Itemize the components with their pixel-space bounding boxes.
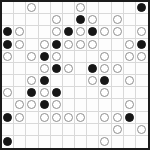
black-pearl bbox=[125, 113, 134, 122]
white-pearl bbox=[100, 88, 109, 97]
cell-r1c10[interactable] bbox=[112, 2, 124, 14]
white-pearl bbox=[88, 76, 97, 85]
cell-r5c9[interactable] bbox=[99, 51, 111, 63]
cell-r6c2[interactable] bbox=[14, 63, 26, 75]
white-pearl bbox=[52, 27, 61, 36]
white-pearl bbox=[137, 52, 146, 61]
cell-r10c5[interactable] bbox=[51, 112, 63, 124]
cell-r3c1[interactable] bbox=[2, 26, 14, 38]
white-pearl bbox=[125, 76, 134, 85]
white-pearl bbox=[52, 15, 61, 24]
white-pearl bbox=[100, 27, 109, 36]
cell-r12c7[interactable] bbox=[75, 136, 87, 148]
black-pearl bbox=[3, 40, 12, 49]
cell-r4c2[interactable] bbox=[14, 39, 26, 51]
masyu-board bbox=[0, 0, 150, 150]
cell-r8c5[interactable] bbox=[51, 87, 63, 99]
cell-r4c4[interactable] bbox=[39, 39, 51, 51]
cell-r1c7[interactable] bbox=[75, 2, 87, 14]
white-pearl bbox=[40, 40, 49, 49]
black-pearl bbox=[76, 15, 85, 24]
cell-r7c2[interactable] bbox=[14, 75, 26, 87]
cell-r2c8[interactable] bbox=[87, 14, 99, 26]
cell-r9c7[interactable] bbox=[75, 99, 87, 111]
cell-r2c1[interactable] bbox=[2, 14, 14, 26]
cell-r4c3[interactable] bbox=[26, 39, 38, 51]
cell-r6c3[interactable] bbox=[26, 63, 38, 75]
white-pearl bbox=[64, 40, 73, 49]
cell-r5c3[interactable] bbox=[26, 51, 38, 63]
cell-r8c12[interactable] bbox=[136, 87, 148, 99]
white-pearl bbox=[15, 40, 24, 49]
cell-r8c7[interactable] bbox=[75, 87, 87, 99]
cell-r5c2[interactable] bbox=[14, 51, 26, 63]
cell-r9c3[interactable] bbox=[26, 99, 38, 111]
cell-r3c10[interactable] bbox=[112, 26, 124, 38]
cell-r7c9[interactable] bbox=[99, 75, 111, 87]
cell-r9c5[interactable] bbox=[51, 99, 63, 111]
cell-r10c3[interactable] bbox=[26, 112, 38, 124]
white-pearl bbox=[3, 52, 12, 61]
white-pearl bbox=[64, 64, 73, 73]
cell-r3c12[interactable] bbox=[136, 26, 148, 38]
white-pearl bbox=[15, 100, 24, 109]
cell-r4c9[interactable] bbox=[99, 39, 111, 51]
cell-r7c4[interactable] bbox=[39, 75, 51, 87]
cell-r9c11[interactable] bbox=[124, 99, 136, 111]
white-pearl bbox=[113, 27, 122, 36]
black-pearl bbox=[52, 64, 61, 73]
white-pearl bbox=[27, 76, 36, 85]
cell-r8c2[interactable] bbox=[14, 87, 26, 99]
cell-r1c2[interactable] bbox=[14, 2, 26, 14]
cell-r5c4[interactable] bbox=[39, 51, 51, 63]
cell-r11c10[interactable] bbox=[112, 124, 124, 136]
black-pearl bbox=[52, 40, 61, 49]
white-pearl bbox=[27, 52, 36, 61]
white-pearl bbox=[88, 40, 97, 49]
cell-r3c4[interactable] bbox=[39, 26, 51, 38]
cell-r8c11[interactable] bbox=[124, 87, 136, 99]
white-pearl bbox=[100, 64, 109, 73]
cell-r2c6[interactable] bbox=[63, 14, 75, 26]
cell-r8c6[interactable] bbox=[63, 87, 75, 99]
cell-r4c1[interactable] bbox=[2, 39, 14, 51]
cell-r7c6[interactable] bbox=[63, 75, 75, 87]
cell-r5c5[interactable] bbox=[51, 51, 63, 63]
cell-r12c5[interactable] bbox=[51, 136, 63, 148]
black-pearl bbox=[3, 27, 12, 36]
cell-r2c10[interactable] bbox=[112, 14, 124, 26]
cell-r12c1[interactable] bbox=[2, 136, 14, 148]
cell-r1c6[interactable] bbox=[63, 2, 75, 14]
white-pearl bbox=[100, 137, 109, 146]
white-pearl bbox=[40, 64, 49, 73]
cell-r12c9[interactable] bbox=[99, 136, 111, 148]
black-pearl bbox=[3, 113, 12, 122]
cell-r6c7[interactable] bbox=[75, 63, 87, 75]
cell-r2c9[interactable] bbox=[99, 14, 111, 26]
cell-r1c3[interactable] bbox=[26, 2, 38, 14]
cell-r4c10[interactable] bbox=[112, 39, 124, 51]
cell-r1c1[interactable] bbox=[2, 2, 14, 14]
cell-r9c12[interactable] bbox=[136, 99, 148, 111]
cell-r10c1[interactable] bbox=[2, 112, 14, 124]
cell-r2c5[interactable] bbox=[51, 14, 63, 26]
black-pearl bbox=[40, 52, 49, 61]
cell-r6c1[interactable] bbox=[2, 63, 14, 75]
cell-r5c6[interactable] bbox=[63, 51, 75, 63]
white-pearl bbox=[100, 52, 109, 61]
cell-r3c7[interactable] bbox=[75, 26, 87, 38]
black-pearl bbox=[137, 3, 146, 12]
cell-r2c3[interactable] bbox=[26, 14, 38, 26]
cell-r2c12[interactable] bbox=[136, 14, 148, 26]
cell-r12c12[interactable] bbox=[136, 136, 148, 148]
cell-r3c11[interactable] bbox=[124, 26, 136, 38]
cell-r7c11[interactable] bbox=[124, 75, 136, 87]
cell-r5c10[interactable] bbox=[112, 51, 124, 63]
cell-r2c2[interactable] bbox=[14, 14, 26, 26]
black-pearl bbox=[27, 88, 36, 97]
cell-r3c8[interactable] bbox=[87, 26, 99, 38]
cell-r3c6[interactable] bbox=[63, 26, 75, 38]
white-pearl bbox=[76, 27, 85, 36]
white-pearl bbox=[15, 27, 24, 36]
cell-r8c8[interactable] bbox=[87, 87, 99, 99]
cell-r5c8[interactable] bbox=[87, 51, 99, 63]
cell-r4c5[interactable] bbox=[51, 39, 63, 51]
cell-r9c1[interactable] bbox=[2, 99, 14, 111]
white-pearl bbox=[137, 125, 146, 134]
cell-r3c2[interactable] bbox=[14, 26, 26, 38]
cell-r7c7[interactable] bbox=[75, 75, 87, 87]
cell-r10c10[interactable] bbox=[112, 112, 124, 124]
cell-r1c8[interactable] bbox=[87, 2, 99, 14]
cell-r9c2[interactable] bbox=[14, 99, 26, 111]
white-pearl bbox=[40, 113, 49, 122]
cell-r2c11[interactable] bbox=[124, 14, 136, 26]
cell-r6c9[interactable] bbox=[99, 63, 111, 75]
white-pearl bbox=[125, 100, 134, 109]
black-pearl bbox=[40, 100, 49, 109]
cell-r4c8[interactable] bbox=[87, 39, 99, 51]
white-pearl bbox=[125, 40, 134, 49]
cell-r6c11[interactable] bbox=[124, 63, 136, 75]
cell-r12c2[interactable] bbox=[14, 136, 26, 148]
cell-r4c7[interactable] bbox=[75, 39, 87, 51]
cell-r5c12[interactable] bbox=[136, 51, 148, 63]
cell-r3c3[interactable] bbox=[26, 26, 38, 38]
cell-r11c12[interactable] bbox=[136, 124, 148, 136]
white-pearl bbox=[100, 113, 109, 122]
black-pearl bbox=[3, 137, 12, 146]
white-pearl bbox=[52, 52, 61, 61]
cell-r9c4[interactable] bbox=[39, 99, 51, 111]
cell-r12c4[interactable] bbox=[39, 136, 51, 148]
cell-r7c10[interactable] bbox=[112, 75, 124, 87]
cell-r10c9[interactable] bbox=[99, 112, 111, 124]
cell-r12c11[interactable] bbox=[124, 136, 136, 148]
cell-r10c4[interactable] bbox=[39, 112, 51, 124]
cell-r6c10[interactable] bbox=[112, 63, 124, 75]
cell-r7c5[interactable] bbox=[51, 75, 63, 87]
cell-r4c6[interactable] bbox=[63, 39, 75, 51]
white-pearl bbox=[113, 113, 122, 122]
cell-r4c12[interactable] bbox=[136, 39, 148, 51]
cell-r11c4[interactable] bbox=[39, 124, 51, 136]
cell-r7c12[interactable] bbox=[136, 75, 148, 87]
cell-r1c11[interactable] bbox=[124, 2, 136, 14]
cell-r7c1[interactable] bbox=[2, 75, 14, 87]
black-pearl bbox=[40, 76, 49, 85]
cell-r9c6[interactable] bbox=[63, 99, 75, 111]
cell-r11c6[interactable] bbox=[63, 124, 75, 136]
cell-r5c11[interactable] bbox=[124, 51, 136, 63]
black-pearl bbox=[88, 27, 97, 36]
black-pearl bbox=[88, 64, 97, 73]
black-pearl bbox=[52, 88, 61, 97]
white-pearl bbox=[15, 113, 24, 122]
cell-r3c5[interactable] bbox=[51, 26, 63, 38]
cell-r1c9[interactable] bbox=[99, 2, 111, 14]
cell-r6c6[interactable] bbox=[63, 63, 75, 75]
cell-r1c4[interactable] bbox=[39, 2, 51, 14]
cell-r10c2[interactable] bbox=[14, 112, 26, 124]
cell-r6c4[interactable] bbox=[39, 63, 51, 75]
cell-r3c9[interactable] bbox=[99, 26, 111, 38]
white-pearl bbox=[3, 88, 12, 97]
cell-r8c9[interactable] bbox=[99, 87, 111, 99]
black-pearl bbox=[64, 27, 73, 36]
white-pearl bbox=[52, 113, 61, 122]
cell-r10c7[interactable] bbox=[75, 112, 87, 124]
white-pearl bbox=[113, 15, 122, 24]
white-pearl bbox=[113, 64, 122, 73]
cell-r11c8[interactable] bbox=[87, 124, 99, 136]
cell-r11c2[interactable] bbox=[14, 124, 26, 136]
white-pearl bbox=[125, 52, 134, 61]
cell-r11c9[interactable] bbox=[99, 124, 111, 136]
white-pearl bbox=[76, 40, 85, 49]
cell-r12c3[interactable] bbox=[26, 136, 38, 148]
cell-r10c11[interactable] bbox=[124, 112, 136, 124]
cell-r11c3[interactable] bbox=[26, 124, 38, 136]
white-pearl bbox=[76, 113, 85, 122]
cell-r1c12[interactable] bbox=[136, 2, 148, 14]
cell-r9c8[interactable] bbox=[87, 99, 99, 111]
cell-r10c12[interactable] bbox=[136, 112, 148, 124]
white-pearl bbox=[88, 15, 97, 24]
cell-r9c9[interactable] bbox=[99, 99, 111, 111]
black-pearl bbox=[137, 40, 146, 49]
white-pearl bbox=[52, 100, 61, 109]
cell-r4c11[interactable] bbox=[124, 39, 136, 51]
white-pearl bbox=[27, 3, 36, 12]
white-pearl bbox=[76, 3, 85, 12]
cell-r12c8[interactable] bbox=[87, 136, 99, 148]
black-pearl bbox=[100, 76, 109, 85]
cell-r6c8[interactable] bbox=[87, 63, 99, 75]
cell-r9c10[interactable] bbox=[112, 99, 124, 111]
cell-r11c11[interactable] bbox=[124, 124, 136, 136]
cell-r2c4[interactable] bbox=[39, 14, 51, 26]
white-pearl bbox=[64, 113, 73, 122]
cell-r12c10[interactable] bbox=[112, 136, 124, 148]
cell-r8c1[interactable] bbox=[2, 87, 14, 99]
cell-r5c1[interactable] bbox=[2, 51, 14, 63]
cell-r2c7[interactable] bbox=[75, 14, 87, 26]
white-pearl bbox=[40, 88, 49, 97]
cell-r11c1[interactable] bbox=[2, 124, 14, 136]
cell-r6c12[interactable] bbox=[136, 63, 148, 75]
white-pearl bbox=[27, 100, 36, 109]
cell-r11c7[interactable] bbox=[75, 124, 87, 136]
cell-r7c3[interactable] bbox=[26, 75, 38, 87]
cell-r11c5[interactable] bbox=[51, 124, 63, 136]
cell-r7c8[interactable] bbox=[87, 75, 99, 87]
white-pearl bbox=[113, 125, 122, 134]
cell-r5c7[interactable] bbox=[75, 51, 87, 63]
cell-r10c6[interactable] bbox=[63, 112, 75, 124]
cell-r8c10[interactable] bbox=[112, 87, 124, 99]
cell-r1c5[interactable] bbox=[51, 2, 63, 14]
cell-r6c5[interactable] bbox=[51, 63, 63, 75]
cell-r12c6[interactable] bbox=[63, 136, 75, 148]
white-pearl bbox=[137, 27, 146, 36]
cell-r8c4[interactable] bbox=[39, 87, 51, 99]
cell-r8c3[interactable] bbox=[26, 87, 38, 99]
cell-r10c8[interactable] bbox=[87, 112, 99, 124]
